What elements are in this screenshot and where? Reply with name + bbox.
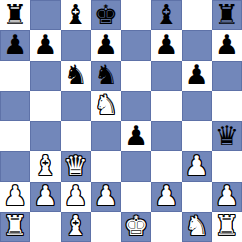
square-d2[interactable]: ♟	[91, 182, 121, 212]
chess-board: ♜♝♚♝♜♟♟♟♟♟♞♞♟♞♟♛♝♛♟♟♟♟♟♟♟♜♝♚♞♜	[0, 0, 242, 242]
square-a6[interactable]	[0, 61, 30, 91]
square-g1[interactable]: ♞	[182, 212, 212, 242]
piece-white-pawn-f2[interactable]: ♟	[154, 182, 178, 209]
square-g8[interactable]	[182, 0, 212, 30]
piece-black-rook-a8[interactable]: ♜	[3, 1, 27, 28]
square-d4[interactable]	[91, 121, 121, 151]
square-b6[interactable]	[30, 61, 60, 91]
square-e2[interactable]	[121, 182, 151, 212]
piece-white-knight-d5[interactable]: ♞	[94, 91, 118, 118]
square-a1[interactable]: ♜	[0, 212, 30, 242]
piece-white-bishop-c1[interactable]: ♝	[64, 212, 88, 239]
square-c1[interactable]: ♝	[61, 212, 91, 242]
piece-white-queen-c3[interactable]: ♛	[64, 152, 88, 179]
piece-white-rook-a1[interactable]: ♜	[3, 212, 27, 239]
square-f2[interactable]: ♟	[151, 182, 181, 212]
square-h6[interactable]	[212, 61, 242, 91]
square-e3[interactable]	[121, 151, 151, 181]
piece-white-king-e1[interactable]: ♚	[124, 212, 148, 239]
piece-black-knight-c6[interactable]: ♞	[64, 61, 88, 88]
square-b7[interactable]: ♟	[30, 30, 60, 60]
square-a2[interactable]: ♟	[0, 182, 30, 212]
square-h3[interactable]	[212, 151, 242, 181]
square-h4[interactable]: ♛	[212, 121, 242, 151]
square-f3[interactable]	[151, 151, 181, 181]
piece-black-knight-d6[interactable]: ♞	[94, 61, 118, 88]
square-c6[interactable]: ♞	[61, 61, 91, 91]
square-h8[interactable]: ♜	[212, 0, 242, 30]
square-g3[interactable]: ♟	[182, 151, 212, 181]
piece-black-pawn-b7[interactable]: ♟	[33, 31, 57, 58]
square-a4[interactable]	[0, 121, 30, 151]
square-d1[interactable]	[91, 212, 121, 242]
piece-black-rook-h8[interactable]: ♜	[215, 1, 239, 28]
square-f5[interactable]	[151, 91, 181, 121]
piece-black-pawn-a7[interactable]: ♟	[3, 31, 27, 58]
square-b5[interactable]	[30, 91, 60, 121]
square-c4[interactable]	[61, 121, 91, 151]
square-d6[interactable]: ♞	[91, 61, 121, 91]
square-a7[interactable]: ♟	[0, 30, 30, 60]
piece-white-bishop-b3[interactable]: ♝	[33, 152, 57, 179]
piece-black-pawn-d7[interactable]: ♟	[94, 31, 118, 58]
square-f1[interactable]	[151, 212, 181, 242]
square-g6[interactable]: ♟	[182, 61, 212, 91]
piece-white-pawn-b2[interactable]: ♟	[33, 182, 57, 209]
square-c5[interactable]	[61, 91, 91, 121]
square-g4[interactable]	[182, 121, 212, 151]
square-e5[interactable]	[121, 91, 151, 121]
square-d8[interactable]: ♚	[91, 0, 121, 30]
square-c2[interactable]: ♟	[61, 182, 91, 212]
square-e8[interactable]	[121, 0, 151, 30]
piece-white-pawn-g3[interactable]: ♟	[185, 152, 209, 179]
square-c7[interactable]	[61, 30, 91, 60]
piece-white-pawn-h2[interactable]: ♟	[215, 182, 239, 209]
square-d3[interactable]	[91, 151, 121, 181]
piece-white-pawn-a2[interactable]: ♟	[3, 182, 27, 209]
piece-white-pawn-c2[interactable]: ♟	[64, 182, 88, 209]
piece-black-pawn-g6[interactable]: ♟	[185, 61, 209, 88]
square-a3[interactable]	[0, 151, 30, 181]
square-b8[interactable]	[30, 0, 60, 30]
square-c3[interactable]: ♛	[61, 151, 91, 181]
square-f4[interactable]	[151, 121, 181, 151]
piece-black-bishop-c8[interactable]: ♝	[64, 1, 88, 28]
square-e1[interactable]: ♚	[121, 212, 151, 242]
piece-black-pawn-e4[interactable]: ♟	[124, 122, 148, 149]
square-b3[interactable]: ♝	[30, 151, 60, 181]
square-c8[interactable]: ♝	[61, 0, 91, 30]
piece-black-pawn-f7[interactable]: ♟	[154, 31, 178, 58]
chess-board-container: ♜♝♚♝♜♟♟♟♟♟♞♞♟♞♟♛♝♛♟♟♟♟♟♟♟♜♝♚♞♜	[0, 0, 242, 242]
square-f8[interactable]: ♝	[151, 0, 181, 30]
square-b1[interactable]	[30, 212, 60, 242]
square-e7[interactable]	[121, 30, 151, 60]
piece-black-bishop-f8[interactable]: ♝	[154, 1, 178, 28]
square-g7[interactable]	[182, 30, 212, 60]
square-h5[interactable]	[212, 91, 242, 121]
square-g2[interactable]	[182, 182, 212, 212]
square-e4[interactable]: ♟	[121, 121, 151, 151]
square-a5[interactable]	[0, 91, 30, 121]
piece-black-king-d8[interactable]: ♚	[94, 1, 118, 28]
square-f7[interactable]: ♟	[151, 30, 181, 60]
square-f6[interactable]	[151, 61, 181, 91]
piece-black-queen-h4[interactable]: ♛	[215, 122, 239, 149]
piece-white-rook-h1[interactable]: ♜	[215, 212, 239, 239]
square-e6[interactable]	[121, 61, 151, 91]
piece-black-pawn-h7[interactable]: ♟	[215, 31, 239, 58]
square-b2[interactable]: ♟	[30, 182, 60, 212]
square-b4[interactable]	[30, 121, 60, 151]
square-a8[interactable]: ♜	[0, 0, 30, 30]
square-g5[interactable]	[182, 91, 212, 121]
square-h7[interactable]: ♟	[212, 30, 242, 60]
square-h2[interactable]: ♟	[212, 182, 242, 212]
square-d7[interactable]: ♟	[91, 30, 121, 60]
square-h1[interactable]: ♜	[212, 212, 242, 242]
square-d5[interactable]: ♞	[91, 91, 121, 121]
piece-white-pawn-d2[interactable]: ♟	[94, 182, 118, 209]
piece-white-knight-g1[interactable]: ♞	[185, 212, 209, 239]
